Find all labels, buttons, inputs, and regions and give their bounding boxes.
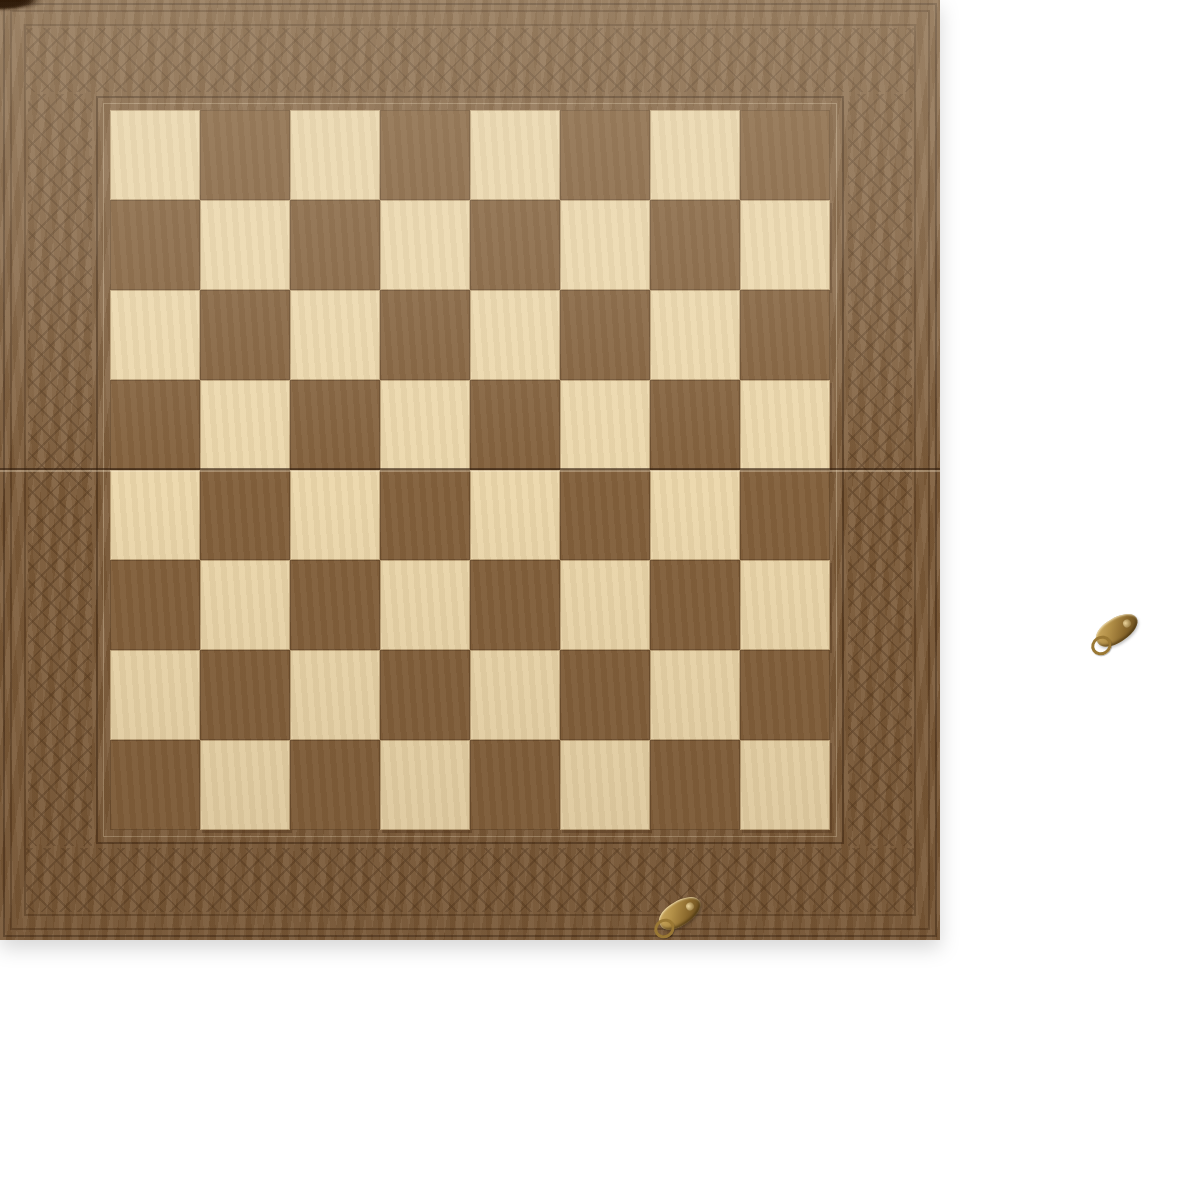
square-d7[interactable] bbox=[380, 200, 470, 290]
square-d1[interactable] bbox=[380, 740, 470, 830]
border-engraving-top bbox=[26, 28, 914, 92]
square-b3[interactable] bbox=[200, 560, 290, 650]
square-d3[interactable] bbox=[380, 560, 470, 650]
square-h4[interactable] bbox=[740, 470, 830, 560]
square-e2[interactable] bbox=[470, 650, 560, 740]
square-a5[interactable] bbox=[110, 380, 200, 470]
square-f2[interactable] bbox=[560, 650, 650, 740]
square-b6[interactable] bbox=[200, 290, 290, 380]
square-f6[interactable] bbox=[560, 290, 650, 380]
square-h5[interactable] bbox=[740, 380, 830, 470]
square-g8[interactable] bbox=[650, 110, 740, 200]
square-h1[interactable] bbox=[740, 740, 830, 830]
chessboard bbox=[0, 0, 940, 940]
square-g5[interactable] bbox=[650, 380, 740, 470]
square-b4[interactable] bbox=[200, 470, 290, 560]
square-g1[interactable] bbox=[650, 740, 740, 830]
square-g7[interactable] bbox=[650, 200, 740, 290]
border-engraving-right bbox=[848, 94, 912, 846]
square-g4[interactable] bbox=[650, 470, 740, 560]
square-a8[interactable] bbox=[110, 110, 200, 200]
square-f8[interactable] bbox=[560, 110, 650, 200]
square-h6[interactable] bbox=[740, 290, 830, 380]
square-d8[interactable] bbox=[380, 110, 470, 200]
square-a6[interactable] bbox=[110, 290, 200, 380]
square-c8[interactable] bbox=[290, 110, 380, 200]
square-a7[interactable] bbox=[110, 200, 200, 290]
square-b2[interactable] bbox=[200, 650, 290, 740]
square-c6[interactable] bbox=[290, 290, 380, 380]
board-grid bbox=[110, 110, 830, 830]
square-c7[interactable] bbox=[290, 200, 380, 290]
square-h3[interactable] bbox=[740, 560, 830, 650]
square-a3[interactable] bbox=[110, 560, 200, 650]
square-d5[interactable] bbox=[380, 380, 470, 470]
square-c3[interactable] bbox=[290, 560, 380, 650]
square-b5[interactable] bbox=[200, 380, 290, 470]
square-e4[interactable] bbox=[470, 470, 560, 560]
square-e1[interactable] bbox=[470, 740, 560, 830]
square-f4[interactable] bbox=[560, 470, 650, 560]
square-d4[interactable] bbox=[380, 470, 470, 560]
square-c2[interactable] bbox=[290, 650, 380, 740]
square-a1[interactable] bbox=[110, 740, 200, 830]
square-h2[interactable] bbox=[740, 650, 830, 740]
product-photo-stage: ♜♞♝♛♚♝♞♜♟♟♟♟♟♟♟♟♟♟♟♟♟♟♟♟♜♞♝♛♚♝♞♜ bbox=[0, 0, 1200, 1200]
square-c1[interactable] bbox=[290, 740, 380, 830]
square-f5[interactable] bbox=[560, 380, 650, 470]
square-b7[interactable] bbox=[200, 200, 290, 290]
square-d6[interactable] bbox=[380, 290, 470, 380]
square-e5[interactable] bbox=[470, 380, 560, 470]
white-rook-glyph: ♜ bbox=[0, 0, 42, 21]
border-engraving-left bbox=[28, 94, 92, 846]
square-b1[interactable] bbox=[200, 740, 290, 830]
square-g2[interactable] bbox=[650, 650, 740, 740]
square-b8[interactable] bbox=[200, 110, 290, 200]
square-e8[interactable] bbox=[470, 110, 560, 200]
square-e6[interactable] bbox=[470, 290, 560, 380]
square-g6[interactable] bbox=[650, 290, 740, 380]
square-h8[interactable] bbox=[740, 110, 830, 200]
border-engraving-bottom bbox=[26, 848, 914, 912]
square-a4[interactable] bbox=[110, 470, 200, 560]
square-f1[interactable] bbox=[560, 740, 650, 830]
square-c5[interactable] bbox=[290, 380, 380, 470]
square-d2[interactable] bbox=[380, 650, 470, 740]
square-g3[interactable] bbox=[650, 560, 740, 650]
square-e3[interactable] bbox=[470, 560, 560, 650]
square-f3[interactable] bbox=[560, 560, 650, 650]
brass-clasp-right bbox=[1091, 607, 1143, 652]
square-e7[interactable] bbox=[470, 200, 560, 290]
square-f7[interactable] bbox=[560, 200, 650, 290]
square-a2[interactable] bbox=[110, 650, 200, 740]
square-c4[interactable] bbox=[290, 470, 380, 560]
square-h7[interactable] bbox=[740, 200, 830, 290]
